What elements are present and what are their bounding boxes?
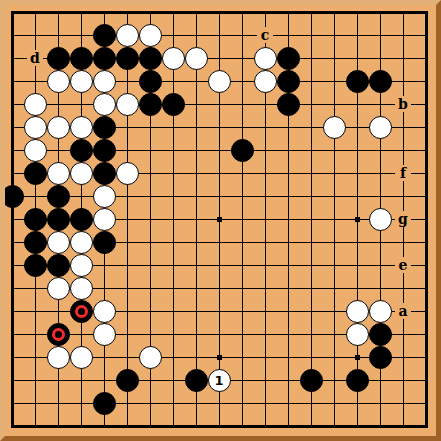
black-stone (24, 254, 47, 277)
white-stone (116, 93, 139, 116)
white-stone (254, 70, 277, 93)
black-stone (93, 47, 116, 70)
black-stone (369, 70, 392, 93)
white-stone (70, 277, 93, 300)
white-stone (47, 70, 70, 93)
white-stone (70, 231, 93, 254)
white-stone (369, 116, 392, 139)
black-stone (47, 254, 70, 277)
white-stone (24, 139, 47, 162)
grid-line-vertical (334, 11, 335, 428)
white-stone (323, 116, 346, 139)
black-stone (93, 24, 116, 47)
grid-line-vertical (425, 11, 428, 428)
black-stone (93, 392, 116, 415)
black-stone (70, 139, 93, 162)
grid-line-horizontal (11, 403, 428, 404)
white-stone (47, 162, 70, 185)
white-stone (47, 346, 70, 369)
black-stone (369, 323, 392, 346)
point-label-f: f (395, 165, 411, 181)
black-stone (93, 116, 116, 139)
black-stone (93, 162, 116, 185)
white-stone (93, 70, 116, 93)
white-stone (70, 70, 93, 93)
white-stone (47, 231, 70, 254)
black-stone (300, 369, 323, 392)
white-stone (93, 208, 116, 231)
white-stone (70, 254, 93, 277)
white-stone (93, 323, 116, 346)
point-label-b: b (395, 96, 411, 112)
black-stone (24, 208, 47, 231)
point-label-d: d (27, 50, 43, 66)
black-stone (24, 162, 47, 185)
point-label-g: g (395, 211, 411, 227)
black-stone (139, 93, 162, 116)
black-stone (93, 231, 116, 254)
black-stone (277, 93, 300, 116)
black-stone (24, 231, 47, 254)
white-stone (139, 346, 162, 369)
grid-line-vertical (311, 11, 312, 428)
black-stone (277, 70, 300, 93)
point-label-a: a (395, 303, 411, 319)
white-stone (185, 47, 208, 70)
black-stone (277, 47, 300, 70)
black-stone (369, 346, 392, 369)
grid-line-horizontal (11, 425, 428, 428)
white-stone (116, 24, 139, 47)
white-stone (93, 93, 116, 116)
circle-marker (75, 305, 88, 318)
circle-marker (52, 328, 65, 341)
black-stone (93, 139, 116, 162)
black-stone (116, 47, 139, 70)
black-stone (139, 47, 162, 70)
white-stone (369, 300, 392, 323)
white-stone (208, 70, 231, 93)
black-stone (70, 47, 93, 70)
black-stone (162, 93, 185, 116)
star-point (217, 217, 222, 222)
black-stone (47, 47, 70, 70)
black-stone (47, 208, 70, 231)
point-label-c: c (257, 27, 273, 43)
white-stone (70, 162, 93, 185)
black-stone (1, 185, 24, 208)
black-stone (70, 208, 93, 231)
black-stone (346, 369, 369, 392)
black-stone (47, 185, 70, 208)
black-stone (139, 70, 162, 93)
white-stone (346, 300, 369, 323)
white-stone (47, 277, 70, 300)
grid-line-vertical (242, 11, 243, 428)
white-stone (47, 116, 70, 139)
black-stone (185, 369, 208, 392)
star-point (355, 355, 360, 360)
white-stone (70, 346, 93, 369)
white-stone (346, 323, 369, 346)
white-stone (93, 300, 116, 323)
black-stone (116, 369, 139, 392)
star-point (217, 355, 222, 360)
black-stone (231, 139, 254, 162)
white-stone (116, 162, 139, 185)
move-number: 1 (208, 369, 231, 392)
white-stone (93, 185, 116, 208)
white-stone (139, 24, 162, 47)
white-stone (70, 116, 93, 139)
white-stone (369, 208, 392, 231)
black-stone (346, 70, 369, 93)
white-stone (24, 116, 47, 139)
go-board: abcdefg1 (0, 0, 441, 441)
white-stone (254, 47, 277, 70)
point-label-e: e (395, 257, 411, 273)
star-point (355, 217, 360, 222)
white-stone (162, 47, 185, 70)
white-stone (24, 93, 47, 116)
